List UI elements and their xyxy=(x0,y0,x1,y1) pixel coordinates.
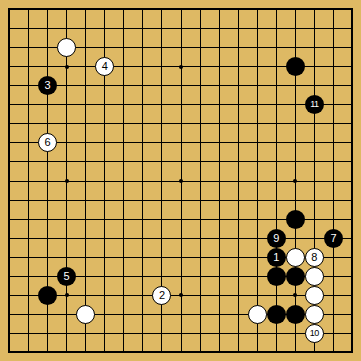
board-frame xyxy=(8,8,353,353)
go-board[interactable]: 4311697185210 xyxy=(0,0,361,361)
go-diagram-screenshot: 4311697185210 xyxy=(0,0,361,361)
